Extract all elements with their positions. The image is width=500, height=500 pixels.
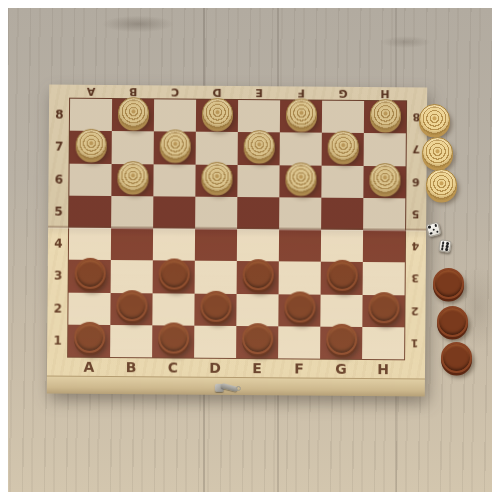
square-g7[interactable] [322, 133, 364, 166]
checker-dark-b2[interactable] [116, 290, 147, 321]
square-a8[interactable] [70, 99, 112, 132]
rank-label-right-1: 1 [404, 327, 425, 359]
square-h7[interactable] [364, 133, 406, 166]
square-b6[interactable] [111, 164, 153, 197]
checker-light-a7[interactable] [75, 129, 106, 160]
square-c8[interactable] [154, 99, 196, 132]
checker-dark-e1[interactable] [242, 323, 273, 354]
checker-dark-d2[interactable] [200, 291, 231, 322]
square-f7[interactable] [280, 133, 322, 166]
file-labels-top: ABCDEFGH [70, 85, 406, 102]
file-label-bottom-G: G [320, 359, 362, 378]
square-d6[interactable] [195, 164, 237, 197]
rank-label-left-2: 2 [47, 292, 68, 324]
offboard-checker-light-3[interactable] [426, 169, 457, 200]
square-c5[interactable] [153, 196, 195, 229]
square-c7[interactable] [154, 132, 196, 165]
square-g5[interactable] [321, 197, 363, 230]
checker-light-h6[interactable] [369, 163, 400, 194]
file-label-top-G: G [322, 87, 364, 101]
rank-label-left-7: 7 [49, 131, 70, 163]
checker-light-f6[interactable] [285, 163, 316, 194]
square-g4[interactable] [321, 230, 363, 263]
rank-label-right-3: 3 [405, 263, 426, 295]
offboard-checker-dark-3[interactable] [441, 342, 472, 373]
board-top-face: ABCDEFGH 87654321 87654321 ABCDEFGH [47, 85, 427, 379]
square-e6[interactable] [237, 165, 279, 198]
offboard-checker-light-1[interactable] [419, 104, 450, 135]
table-surface: ABCDEFGH 87654321 87654321 ABCDEFGH [8, 8, 492, 492]
square-f2[interactable] [278, 294, 320, 327]
file-label-top-D: D [196, 86, 238, 100]
checker-dark-h2[interactable] [368, 292, 399, 323]
square-e8[interactable] [238, 100, 280, 133]
rank-label-right-2: 2 [404, 295, 425, 327]
square-g1[interactable] [320, 326, 362, 359]
square-h4[interactable] [363, 230, 405, 263]
square-d1[interactable] [194, 325, 236, 358]
square-e7[interactable] [238, 132, 280, 165]
square-f5[interactable] [279, 197, 321, 230]
square-d7[interactable] [196, 132, 238, 165]
offboard-checker-dark-2[interactable] [437, 306, 468, 337]
square-f8[interactable] [280, 100, 322, 133]
file-label-bottom-D: D [194, 358, 236, 377]
file-label-bottom-F: F [278, 358, 320, 377]
file-label-top-B: B [112, 85, 154, 99]
box-front-edge [47, 376, 425, 397]
square-d2[interactable] [194, 293, 236, 326]
checker-dark-f2[interactable] [284, 291, 315, 322]
square-c3[interactable] [153, 261, 195, 294]
file-label-bottom-H: H [362, 359, 404, 378]
checker-light-f8[interactable] [285, 98, 316, 129]
metal-clasp-icon [215, 383, 245, 394]
file-label-top-E: E [238, 86, 280, 100]
square-f6[interactable] [279, 165, 321, 198]
square-d4[interactable] [195, 229, 237, 262]
square-e3[interactable] [237, 261, 279, 294]
checker-dark-e3[interactable] [242, 259, 273, 290]
square-b3[interactable] [111, 260, 153, 293]
square-c4[interactable] [153, 228, 195, 261]
checker-light-d6[interactable] [201, 162, 232, 193]
offboard-checker-light-2[interactable] [422, 137, 453, 168]
square-b5[interactable] [111, 196, 153, 229]
square-b2[interactable] [110, 293, 152, 326]
checker-dark-g3[interactable] [326, 260, 357, 291]
square-g3[interactable] [321, 262, 363, 295]
square-e2[interactable] [236, 293, 278, 326]
checker-dark-g1[interactable] [326, 324, 357, 355]
file-label-bottom-E: E [236, 358, 278, 377]
rank-label-left-3: 3 [48, 260, 69, 292]
file-label-top-F: F [280, 86, 322, 100]
board-grid [68, 99, 406, 360]
square-a5[interactable] [69, 195, 111, 228]
square-d5[interactable] [195, 196, 237, 229]
square-a3[interactable] [69, 260, 111, 293]
square-b1[interactable] [110, 325, 152, 358]
checkers-board: ABCDEFGH 87654321 87654321 ABCDEFGH [47, 85, 427, 397]
square-h3[interactable] [363, 262, 405, 295]
die-1[interactable] [425, 221, 441, 237]
square-f1[interactable] [278, 326, 320, 359]
square-g6[interactable] [321, 165, 363, 198]
square-e4[interactable] [237, 229, 279, 262]
rank-label-right-4: 4 [405, 230, 426, 262]
file-label-top-A: A [70, 85, 112, 99]
square-c2[interactable] [152, 293, 194, 326]
square-h1[interactable] [362, 327, 404, 360]
die-2[interactable] [438, 239, 452, 253]
file-label-bottom-C: C [152, 357, 194, 376]
checker-dark-c3[interactable] [158, 258, 189, 289]
square-h6[interactable] [363, 165, 405, 198]
rank-label-right-5: 5 [405, 198, 426, 230]
square-h2[interactable] [362, 294, 404, 327]
checker-light-d8[interactable] [201, 97, 232, 128]
square-a1[interactable] [68, 324, 110, 357]
square-g8[interactable] [322, 101, 364, 134]
square-b8[interactable] [112, 99, 154, 132]
square-f4[interactable] [279, 229, 321, 262]
checker-light-b8[interactable] [117, 97, 148, 128]
checker-dark-c1[interactable] [158, 323, 189, 354]
square-d8[interactable] [196, 100, 238, 133]
file-label-bottom-B: B [110, 357, 152, 376]
square-e1[interactable] [236, 326, 278, 359]
checker-light-g7[interactable] [327, 131, 358, 162]
file-label-top-C: C [154, 85, 196, 99]
square-e5[interactable] [237, 197, 279, 230]
rank-label-left-1: 1 [47, 324, 68, 356]
square-a2[interactable] [68, 292, 110, 325]
rank-labels-right: 87654321 [404, 101, 427, 359]
file-labels-bottom: ABCDEFGH [68, 357, 404, 379]
rank-label-left-4: 4 [48, 228, 69, 260]
rank-label-left-5: 5 [48, 195, 69, 227]
square-a7[interactable] [70, 131, 112, 164]
file-label-bottom-A: A [68, 357, 110, 376]
rank-label-left-6: 6 [48, 163, 69, 195]
offboard-checker-dark-1[interactable] [433, 268, 464, 299]
square-a6[interactable] [69, 163, 111, 196]
rank-label-right-6: 6 [405, 166, 426, 198]
rank-label-left-8: 8 [49, 99, 70, 131]
square-g2[interactable] [320, 294, 362, 327]
checker-light-h8[interactable] [369, 99, 400, 130]
square-h5[interactable] [363, 198, 405, 231]
square-c1[interactable] [152, 325, 194, 358]
file-label-top-H: H [364, 87, 406, 101]
checker-dark-a1[interactable] [74, 322, 105, 353]
square-c6[interactable] [153, 164, 195, 197]
rank-labels-left: 87654321 [47, 99, 70, 357]
checker-light-c7[interactable] [159, 129, 190, 160]
square-d3[interactable] [195, 261, 237, 294]
square-b7[interactable] [112, 131, 154, 164]
checker-dark-a3[interactable] [74, 258, 105, 289]
checker-light-e7[interactable] [243, 130, 274, 161]
square-a4[interactable] [69, 228, 111, 261]
square-f3[interactable] [279, 262, 321, 295]
checker-light-b6[interactable] [117, 161, 148, 192]
square-b4[interactable] [111, 228, 153, 261]
square-h8[interactable] [364, 101, 406, 134]
